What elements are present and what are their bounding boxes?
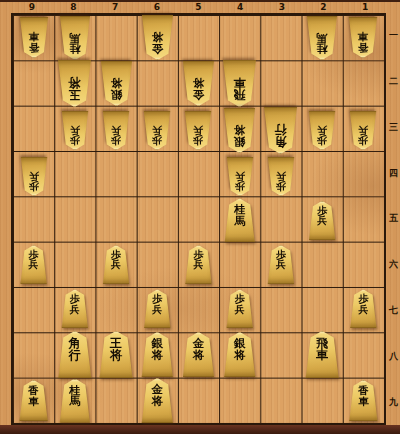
square-6-4[interactable]	[137, 154, 178, 198]
rank-label-9: 九	[389, 398, 398, 407]
square-9-2[interactable]	[13, 60, 54, 107]
piece-gote-pawn[interactable]: 歩兵	[184, 111, 212, 150]
square-7-5[interactable]	[95, 198, 136, 242]
koma-face: 玉将	[57, 60, 92, 107]
square-2-7[interactable]	[302, 287, 343, 331]
piece-gote-gold[interactable]: 金将	[141, 15, 174, 60]
square-8-5[interactable]	[54, 198, 95, 242]
square-5-7[interactable]	[178, 287, 219, 331]
piece-gote-lance[interactable]: 香車	[19, 17, 49, 58]
koma-face: 歩兵	[20, 157, 48, 196]
square-4-8[interactable]: 銀将	[219, 331, 260, 378]
square-7-9[interactable]	[95, 378, 136, 423]
piece-sente-knight[interactable]: 桂馬	[224, 198, 256, 242]
square-7-4[interactable]	[95, 154, 136, 198]
square-2-2[interactable]	[302, 60, 343, 107]
square-6-3[interactable]: 歩兵	[137, 107, 178, 154]
square-7-8[interactable]: 王将	[95, 331, 136, 378]
file-label-6: 6	[154, 3, 160, 12]
koma-face: 金将	[182, 61, 215, 106]
square-3-9[interactable]	[260, 378, 301, 423]
piece-sente-silver[interactable]: 銀将	[141, 332, 174, 377]
square-3-2[interactable]	[260, 60, 301, 107]
square-7-7[interactable]	[95, 287, 136, 331]
piece-sente-pawn[interactable]: 歩兵	[102, 245, 130, 284]
file-label-3: 3	[279, 3, 285, 12]
koma-face: 角行	[57, 331, 92, 378]
square-8-8[interactable]: 角行	[54, 331, 95, 378]
rank-label-8: 八	[389, 352, 398, 361]
square-2-6[interactable]	[302, 243, 343, 287]
koma-face: 桂馬	[59, 379, 91, 423]
square-8-9[interactable]: 桂馬	[54, 378, 95, 423]
square-3-4[interactable]: 歩兵	[260, 154, 301, 198]
piece-gote-king[interactable]: 玉将	[57, 60, 92, 107]
piece-sente-lance[interactable]: 香車	[19, 380, 49, 421]
piece-sente-pawn[interactable]: 歩兵	[61, 289, 89, 328]
piece-sente-rook[interactable]: 飛車	[305, 331, 340, 378]
square-8-3[interactable]: 歩兵	[54, 107, 95, 154]
square-1-6[interactable]	[343, 243, 384, 287]
piece-gote-pawn[interactable]: 歩兵	[349, 111, 377, 150]
square-1-9[interactable]: 香車	[343, 378, 384, 423]
square-5-9[interactable]	[178, 378, 219, 423]
square-2-1[interactable]: 桂馬	[302, 15, 343, 60]
koma-face: 歩兵	[102, 245, 130, 284]
koma-face: 歩兵	[61, 111, 89, 150]
square-8-4[interactable]	[54, 154, 95, 198]
koma-face: 歩兵	[226, 289, 254, 328]
koma-face: 桂馬	[224, 198, 256, 242]
square-6-6[interactable]	[137, 243, 178, 287]
piece-sente-pawn[interactable]: 歩兵	[267, 245, 295, 284]
square-3-1[interactable]	[260, 15, 301, 60]
square-5-6[interactable]: 歩兵	[178, 243, 219, 287]
koma-face: 飛車	[222, 60, 257, 107]
koma-face: 飛車	[305, 331, 340, 378]
file-label-5: 5	[195, 3, 201, 12]
piece-gote-pawn[interactable]: 歩兵	[61, 111, 89, 150]
rank-label-7: 七	[389, 306, 398, 315]
square-7-1[interactable]	[95, 15, 136, 60]
piece-sente-king[interactable]: 王将	[99, 331, 134, 378]
shogi-board-screen: 987654321 香車桂馬金将桂馬香車玉将銀将金将飛車歩兵歩兵歩兵歩兵銀将角行…	[0, 0, 400, 434]
square-9-1[interactable]: 香車	[13, 15, 54, 60]
koma-face: 王将	[99, 331, 134, 378]
piece-sente-pawn[interactable]: 歩兵	[143, 289, 171, 328]
square-4-1[interactable]	[219, 15, 260, 60]
square-5-5[interactable]	[178, 198, 219, 242]
square-1-2[interactable]	[343, 60, 384, 107]
koma-face: 歩兵	[184, 111, 212, 150]
piece-gote-knight[interactable]: 桂馬	[59, 16, 91, 60]
board: 香車桂馬金将桂馬香車玉将銀将金将飛車歩兵歩兵歩兵歩兵銀将角行歩兵歩兵歩兵歩兵歩兵…	[11, 13, 386, 425]
square-7-3[interactable]: 歩兵	[95, 107, 136, 154]
square-5-3[interactable]: 歩兵	[178, 107, 219, 154]
square-2-9[interactable]	[302, 378, 343, 423]
piece-gote-pawn[interactable]: 歩兵	[308, 111, 336, 150]
rank-label-6: 六	[389, 260, 398, 269]
square-9-8[interactable]	[13, 331, 54, 378]
koma-face: 歩兵	[349, 111, 377, 150]
square-4-5[interactable]: 桂馬	[219, 198, 260, 242]
koma-face: 金将	[141, 378, 174, 423]
piece-sente-pawn[interactable]: 歩兵	[226, 289, 254, 328]
koma-face: 金将	[141, 15, 174, 60]
piece-sente-silver[interactable]: 銀将	[223, 332, 256, 377]
piece-sente-knight[interactable]: 桂馬	[59, 379, 91, 423]
rank-label-3: 三	[389, 123, 398, 132]
koma-face: 歩兵	[102, 111, 130, 150]
piece-gote-rook[interactable]: 飛車	[222, 60, 257, 107]
rank-label-1: 一	[389, 31, 398, 40]
square-1-7[interactable]: 歩兵	[343, 287, 384, 331]
koma-face: 桂馬	[306, 16, 338, 60]
square-8-7[interactable]: 歩兵	[54, 287, 95, 331]
square-6-8[interactable]: 銀将	[137, 331, 178, 378]
square-6-7[interactable]: 歩兵	[137, 287, 178, 331]
square-4-2[interactable]: 飛車	[219, 60, 260, 107]
rank-labels: 一二三四五六七八九	[387, 13, 400, 425]
square-7-6[interactable]: 歩兵	[95, 243, 136, 287]
square-3-3[interactable]: 角行	[260, 107, 301, 154]
koma-face: 桂馬	[59, 16, 91, 60]
square-4-4[interactable]: 歩兵	[219, 154, 260, 198]
square-6-5[interactable]	[137, 198, 178, 242]
koma-face: 歩兵	[61, 289, 89, 328]
square-9-9[interactable]: 香車	[13, 378, 54, 423]
koma-face: 歩兵	[267, 245, 295, 284]
koma-face: 歩兵	[308, 201, 336, 240]
square-9-6[interactable]: 歩兵	[13, 243, 54, 287]
koma-face: 香車	[19, 380, 49, 421]
rank-label-2: 二	[389, 77, 398, 86]
piece-gote-silver[interactable]: 銀将	[100, 61, 133, 106]
square-6-1[interactable]: 金将	[137, 15, 178, 60]
koma-face: 歩兵	[143, 289, 171, 328]
koma-face: 歩兵	[143, 111, 171, 150]
piece-sente-lance[interactable]: 香車	[348, 380, 378, 421]
rank-label-4: 四	[389, 169, 398, 178]
koma-face: 銀将	[100, 61, 133, 106]
koma-face: 歩兵	[308, 111, 336, 150]
square-9-7[interactable]	[13, 287, 54, 331]
square-1-4[interactable]	[343, 154, 384, 198]
koma-face: 香車	[348, 17, 378, 58]
square-8-6[interactable]	[54, 243, 95, 287]
square-3-7[interactable]	[260, 287, 301, 331]
piece-gote-gold[interactable]: 金将	[182, 61, 215, 106]
square-1-1[interactable]: 香車	[343, 15, 384, 60]
koma-face: 銀将	[223, 108, 256, 153]
square-2-4[interactable]	[302, 154, 343, 198]
koma-face: 銀将	[141, 332, 174, 377]
piece-gote-pawn[interactable]: 歩兵	[226, 157, 254, 196]
square-6-9[interactable]: 金将	[137, 378, 178, 423]
square-2-3[interactable]: 歩兵	[302, 107, 343, 154]
rank-label-5: 五	[389, 214, 398, 223]
piece-sente-bishop[interactable]: 角行	[57, 331, 92, 378]
file-label-4: 4	[237, 3, 243, 12]
koma-face: 歩兵	[267, 157, 295, 196]
square-2-5[interactable]: 歩兵	[302, 198, 343, 242]
piece-gote-lance[interactable]: 香車	[348, 17, 378, 58]
piece-gote-pawn[interactable]: 歩兵	[102, 111, 130, 150]
square-9-3[interactable]	[13, 107, 54, 154]
square-9-5[interactable]	[13, 198, 54, 242]
piece-gote-knight[interactable]: 桂馬	[306, 16, 338, 60]
square-8-1[interactable]: 桂馬	[54, 15, 95, 60]
piece-sente-gold[interactable]: 金将	[141, 378, 174, 423]
piece-sente-gold[interactable]: 金将	[182, 332, 215, 377]
square-9-4[interactable]: 歩兵	[13, 154, 54, 198]
square-5-2[interactable]: 金将	[178, 60, 219, 107]
file-label-9: 9	[29, 3, 35, 12]
piece-gote-silver[interactable]: 銀将	[223, 108, 256, 153]
koma-face: 角行	[263, 107, 298, 154]
piece-gote-bishop[interactable]: 角行	[263, 107, 298, 154]
koma-face: 香車	[348, 380, 378, 421]
koma-face: 香車	[19, 17, 49, 58]
file-label-8: 8	[70, 3, 76, 12]
piece-sente-pawn[interactable]: 歩兵	[20, 245, 48, 284]
koma-face: 銀将	[223, 332, 256, 377]
square-3-6[interactable]: 歩兵	[260, 243, 301, 287]
square-1-3[interactable]: 歩兵	[343, 107, 384, 154]
piece-gote-pawn[interactable]: 歩兵	[267, 157, 295, 196]
square-4-7[interactable]: 歩兵	[219, 287, 260, 331]
piece-gote-pawn[interactable]: 歩兵	[20, 157, 48, 196]
square-4-6[interactable]	[219, 243, 260, 287]
koma-face: 歩兵	[184, 245, 212, 284]
square-7-2[interactable]: 銀将	[95, 60, 136, 107]
square-4-3[interactable]: 銀将	[219, 107, 260, 154]
board-bottom-frame	[0, 425, 400, 434]
square-8-2[interactable]: 玉将	[54, 60, 95, 107]
square-3-8[interactable]	[260, 331, 301, 378]
square-5-4[interactable]	[178, 154, 219, 198]
koma-face: 歩兵	[349, 289, 377, 328]
piece-sente-pawn[interactable]: 歩兵	[308, 201, 336, 240]
square-2-8[interactable]: 飛車	[302, 331, 343, 378]
file-labels: 987654321	[11, 1, 386, 13]
file-label-2: 2	[320, 3, 326, 12]
koma-face: 金将	[182, 332, 215, 377]
file-label-1: 1	[362, 3, 368, 12]
square-1-5[interactable]	[343, 198, 384, 242]
piece-gote-pawn[interactable]: 歩兵	[143, 111, 171, 150]
square-4-9[interactable]	[219, 378, 260, 423]
piece-sente-pawn[interactable]: 歩兵	[349, 289, 377, 328]
square-3-5[interactable]	[260, 198, 301, 242]
file-label-7: 7	[112, 3, 118, 12]
square-5-8[interactable]: 金将	[178, 331, 219, 378]
koma-face: 歩兵	[20, 245, 48, 284]
square-5-1[interactable]	[178, 15, 219, 60]
square-6-2[interactable]	[137, 60, 178, 107]
piece-sente-pawn[interactable]: 歩兵	[184, 245, 212, 284]
koma-face: 歩兵	[226, 157, 254, 196]
square-1-8[interactable]	[343, 331, 384, 378]
